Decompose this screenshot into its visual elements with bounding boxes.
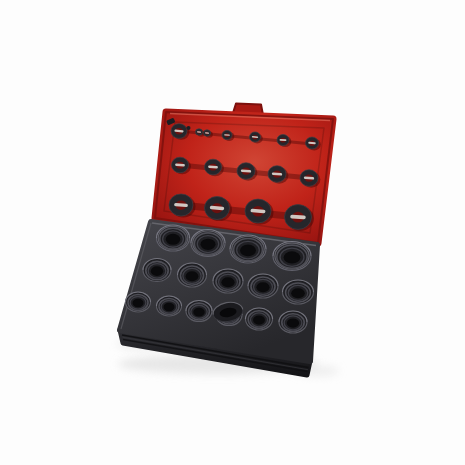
photo-canvas — [0, 0, 465, 465]
tray-well — [279, 311, 307, 333]
tray-well — [246, 308, 273, 330]
tray-well — [126, 292, 151, 312]
tray-well — [143, 259, 171, 282]
tray-well — [186, 301, 212, 322]
case-tray — [120, 222, 317, 375]
tray-well — [191, 230, 225, 257]
oring-kit-photo — [0, 0, 465, 465]
tray-well — [157, 296, 182, 316]
tray-well — [157, 225, 190, 251]
tray-well — [230, 235, 266, 263]
tray-well — [283, 280, 314, 304]
tray-well — [178, 263, 207, 287]
tray-well — [213, 269, 243, 293]
tray-well — [273, 242, 311, 271]
clip-knob — [187, 126, 191, 130]
case-lid — [155, 104, 333, 244]
tray-well — [248, 274, 278, 298]
